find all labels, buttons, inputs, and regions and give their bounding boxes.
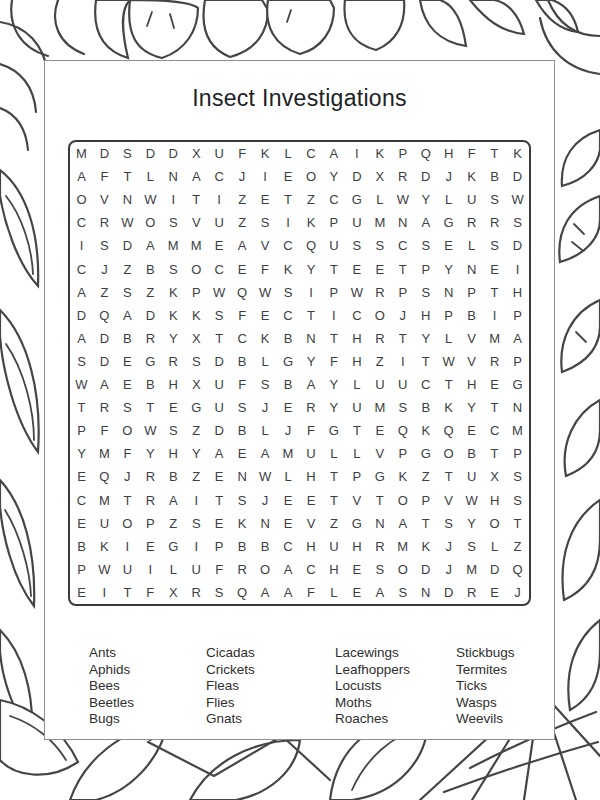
grid-cell-r6c16[interactable]: P — [414, 258, 437, 281]
grid-cell-r6c3[interactable]: Z — [116, 258, 139, 281]
grid-cell-r20c1[interactable]: E — [70, 581, 93, 604]
grid-cell-r4c2[interactable]: R — [93, 211, 116, 234]
grid-cell-r9c10[interactable]: B — [277, 327, 300, 350]
grid-cell-r12c9[interactable]: J — [254, 396, 277, 419]
grid-cell-r18c1[interactable]: B — [70, 535, 93, 558]
grid-cell-r10c12[interactable]: F — [322, 350, 345, 373]
grid-cell-r4c20[interactable]: S — [506, 211, 529, 234]
grid-cell-r18c19[interactable]: L — [483, 535, 506, 558]
grid-cell-r15c8[interactable]: N — [231, 465, 254, 488]
grid-cell-r10c6[interactable]: S — [185, 350, 208, 373]
grid-cell-r16c7[interactable]: T — [208, 489, 231, 512]
grid-cell-r14c5[interactable]: H — [162, 442, 185, 465]
grid-cell-r4c17[interactable]: G — [437, 211, 460, 234]
grid-cell-r13c16[interactable]: K — [414, 419, 437, 442]
grid-cell-r17c19[interactable]: O — [483, 512, 506, 535]
grid-cell-r15c6[interactable]: Z — [185, 465, 208, 488]
grid-cell-r13c4[interactable]: W — [139, 419, 162, 442]
grid-cell-r20c9[interactable]: A — [254, 581, 277, 604]
grid-cell-r9c7[interactable]: T — [208, 327, 231, 350]
grid-cell-r1c17[interactable]: H — [437, 142, 460, 165]
grid-cell-r10c10[interactable]: G — [277, 350, 300, 373]
grid-cell-r1c3[interactable]: S — [116, 142, 139, 165]
grid-cell-r8c3[interactable]: A — [116, 304, 139, 327]
grid-cell-r13c1[interactable]: P — [70, 419, 93, 442]
grid-cell-r1c4[interactable]: D — [139, 142, 162, 165]
grid-cell-r7c1[interactable]: A — [70, 281, 93, 304]
grid-cell-r1c15[interactable]: P — [391, 142, 414, 165]
grid-cell-r16c10[interactable]: E — [277, 489, 300, 512]
grid-cell-r6c7[interactable]: C — [208, 258, 231, 281]
grid-cell-r12c1[interactable]: T — [70, 396, 93, 419]
grid-cell-r9c14[interactable]: R — [368, 327, 391, 350]
grid-cell-r7c14[interactable]: R — [368, 281, 391, 304]
grid-cell-r14c1[interactable]: Y — [70, 442, 93, 465]
grid-cell-r8c11[interactable]: T — [300, 304, 323, 327]
grid-cell-r14c17[interactable]: O — [437, 442, 460, 465]
grid-cell-r13c10[interactable]: J — [277, 419, 300, 442]
word-item-lacewings[interactable]: Lacewings — [335, 645, 410, 662]
grid-cell-r1c7[interactable]: U — [208, 142, 231, 165]
grid-cell-r20c13[interactable]: E — [345, 581, 368, 604]
word-item-crickets[interactable]: Crickets — [206, 662, 255, 679]
grid-cell-r19c7[interactable]: F — [208, 558, 231, 581]
grid-cell-r6c1[interactable]: C — [70, 258, 93, 281]
grid-cell-r5c8[interactable]: A — [231, 234, 254, 257]
grid-cell-r5c4[interactable]: A — [139, 234, 162, 257]
grid-cell-r12c15[interactable]: S — [391, 396, 414, 419]
grid-cell-r14c2[interactable]: M — [93, 442, 116, 465]
grid-cell-r2c6[interactable]: A — [185, 165, 208, 188]
grid-cell-r11c18[interactable]: H — [460, 373, 483, 396]
grid-cell-r17c9[interactable]: N — [254, 512, 277, 535]
grid-cell-r14c12[interactable]: L — [322, 442, 345, 465]
grid-cell-r14c10[interactable]: M — [277, 442, 300, 465]
grid-cell-r18c3[interactable]: I — [116, 535, 139, 558]
grid-cell-r6c20[interactable]: I — [506, 258, 529, 281]
grid-cell-r7c6[interactable]: P — [185, 281, 208, 304]
grid-cell-r13c5[interactable]: S — [162, 419, 185, 442]
grid-cell-r17c4[interactable]: P — [139, 512, 162, 535]
grid-cell-r1c2[interactable]: D — [93, 142, 116, 165]
grid-cell-r1c12[interactable]: A — [322, 142, 345, 165]
grid-cell-r8c7[interactable]: S — [208, 304, 231, 327]
grid-cell-r5c12[interactable]: U — [322, 234, 345, 257]
word-item-leafhoppers[interactable]: Leafhoppers — [335, 662, 410, 679]
grid-cell-r2c11[interactable]: O — [300, 165, 323, 188]
grid-cell-r17c16[interactable]: T — [414, 512, 437, 535]
grid-cell-r11c11[interactable]: A — [300, 373, 323, 396]
grid-cell-r16c16[interactable]: P — [414, 489, 437, 512]
grid-cell-r8c15[interactable]: J — [391, 304, 414, 327]
grid-cell-r3c9[interactable]: E — [254, 188, 277, 211]
word-item-beetles[interactable]: Beetles — [89, 695, 134, 712]
grid-cell-r2c5[interactable]: N — [162, 165, 185, 188]
grid-cell-r5c10[interactable]: C — [277, 234, 300, 257]
grid-cell-r11c17[interactable]: T — [437, 373, 460, 396]
grid-cell-r9c3[interactable]: B — [116, 327, 139, 350]
grid-cell-r3c10[interactable]: T — [277, 188, 300, 211]
grid-cell-r3c4[interactable]: W — [139, 188, 162, 211]
grid-cell-r11c2[interactable]: A — [93, 373, 116, 396]
grid-cell-r9c1[interactable]: A — [70, 327, 93, 350]
grid-cell-r7c12[interactable]: P — [322, 281, 345, 304]
grid-cell-r19c5[interactable]: L — [162, 558, 185, 581]
grid-cell-r2c15[interactable]: R — [391, 165, 414, 188]
grid-cell-r9c19[interactable]: M — [483, 327, 506, 350]
grid-cell-r10c17[interactable]: W — [437, 350, 460, 373]
grid-cell-r2c3[interactable]: T — [116, 165, 139, 188]
grid-cell-r8c4[interactable]: D — [139, 304, 162, 327]
grid-cell-r3c13[interactable]: G — [345, 188, 368, 211]
grid-cell-r3c3[interactable]: N — [116, 188, 139, 211]
grid-cell-r15c2[interactable]: Q — [93, 465, 116, 488]
grid-cell-r6c13[interactable]: E — [345, 258, 368, 281]
grid-cell-r18c20[interactable]: Z — [506, 535, 529, 558]
grid-cell-r13c17[interactable]: Q — [437, 419, 460, 442]
grid-cell-r7c11[interactable]: I — [300, 281, 323, 304]
grid-cell-r13c9[interactable]: L — [254, 419, 277, 442]
grid-cell-r2c12[interactable]: Y — [322, 165, 345, 188]
grid-cell-r11c19[interactable]: E — [483, 373, 506, 396]
grid-cell-r10c19[interactable]: R — [483, 350, 506, 373]
grid-cell-r17c11[interactable]: V — [300, 512, 323, 535]
grid-cell-r1c20[interactable]: K — [506, 142, 529, 165]
grid-cell-r17c18[interactable]: Y — [460, 512, 483, 535]
grid-cell-r20c5[interactable]: X — [162, 581, 185, 604]
grid-cell-r1c1[interactable]: M — [70, 142, 93, 165]
grid-cell-r15c13[interactable]: P — [345, 465, 368, 488]
grid-cell-r6c8[interactable]: E — [231, 258, 254, 281]
grid-cell-r4c3[interactable]: W — [116, 211, 139, 234]
grid-cell-r2c17[interactable]: J — [437, 165, 460, 188]
grid-cell-r17c5[interactable]: Z — [162, 512, 185, 535]
grid-cell-r9c9[interactable]: K — [254, 327, 277, 350]
grid-cell-r20c18[interactable]: R — [460, 581, 483, 604]
grid-cell-r17c13[interactable]: G — [345, 512, 368, 535]
grid-cell-r13c20[interactable]: M — [506, 419, 529, 442]
grid-cell-r9c2[interactable]: D — [93, 327, 116, 350]
grid-cell-r20c7[interactable]: S — [208, 581, 231, 604]
grid-cell-r3c16[interactable]: Y — [414, 188, 437, 211]
grid-cell-r3c17[interactable]: L — [437, 188, 460, 211]
grid-cell-r20c12[interactable]: L — [322, 581, 345, 604]
grid-cell-r18c18[interactable]: S — [460, 535, 483, 558]
grid-cell-r4c10[interactable]: I — [277, 211, 300, 234]
grid-cell-r15c4[interactable]: R — [139, 465, 162, 488]
grid-cell-r10c15[interactable]: I — [391, 350, 414, 373]
grid-cell-r10c16[interactable]: T — [414, 350, 437, 373]
grid-cell-r6c17[interactable]: Y — [437, 258, 460, 281]
grid-cell-r13c2[interactable]: F — [93, 419, 116, 442]
grid-cell-r12c20[interactable]: N — [506, 396, 529, 419]
grid-cell-r15c19[interactable]: X — [483, 465, 506, 488]
grid-cell-r19c12[interactable]: H — [322, 558, 345, 581]
grid-cell-r16c11[interactable]: E — [300, 489, 323, 512]
grid-cell-r1c11[interactable]: C — [300, 142, 323, 165]
grid-cell-r7c9[interactable]: W — [254, 281, 277, 304]
grid-cell-r9c16[interactable]: Y — [414, 327, 437, 350]
grid-cell-r12c4[interactable]: T — [139, 396, 162, 419]
grid-cell-r20c15[interactable]: S — [391, 581, 414, 604]
grid-cell-r19c2[interactable]: W — [93, 558, 116, 581]
grid-cell-r13c7[interactable]: D — [208, 419, 231, 442]
grid-cell-r3c5[interactable]: I — [162, 188, 185, 211]
grid-cell-r12c13[interactable]: U — [345, 396, 368, 419]
grid-cell-r5c18[interactable]: L — [460, 234, 483, 257]
grid-cell-r3c2[interactable]: V — [93, 188, 116, 211]
grid-cell-r20c20[interactable]: J — [506, 581, 529, 604]
grid-cell-r16c19[interactable]: H — [483, 489, 506, 512]
grid-cell-r8c1[interactable]: D — [70, 304, 93, 327]
grid-cell-r19c17[interactable]: J — [437, 558, 460, 581]
grid-cell-r16c14[interactable]: T — [368, 489, 391, 512]
grid-cell-r14c20[interactable]: P — [506, 442, 529, 465]
grid-cell-r7c20[interactable]: H — [506, 281, 529, 304]
grid-cell-r14c6[interactable]: Y — [185, 442, 208, 465]
grid-cell-r10c9[interactable]: L — [254, 350, 277, 373]
grid-cell-r10c18[interactable]: V — [460, 350, 483, 373]
grid-cell-r20c6[interactable]: R — [185, 581, 208, 604]
word-item-roaches[interactable]: Roaches — [335, 711, 410, 728]
grid-cell-r19c14[interactable]: S — [368, 558, 391, 581]
grid-cell-r14c3[interactable]: F — [116, 442, 139, 465]
grid-cell-r20c8[interactable]: Q — [231, 581, 254, 604]
grid-cell-r2c8[interactable]: J — [231, 165, 254, 188]
grid-cell-r14c14[interactable]: V — [368, 442, 391, 465]
grid-cell-r14c11[interactable]: U — [300, 442, 323, 465]
grid-cell-r16c3[interactable]: T — [116, 489, 139, 512]
grid-cell-r3c11[interactable]: Z — [300, 188, 323, 211]
grid-cell-r12c2[interactable]: R — [93, 396, 116, 419]
grid-cell-r8c12[interactable]: I — [322, 304, 345, 327]
grid-cell-r7c19[interactable]: T — [483, 281, 506, 304]
grid-cell-r18c17[interactable]: J — [437, 535, 460, 558]
grid-cell-r11c7[interactable]: U — [208, 373, 231, 396]
grid-cell-r7c16[interactable]: S — [414, 281, 437, 304]
grid-cell-r8c5[interactable]: K — [162, 304, 185, 327]
grid-cell-r17c7[interactable]: E — [208, 512, 231, 535]
grid-cell-r15c3[interactable]: J — [116, 465, 139, 488]
grid-cell-r5c13[interactable]: S — [345, 234, 368, 257]
grid-cell-r12c18[interactable]: Y — [460, 396, 483, 419]
grid-cell-r7c7[interactable]: W — [208, 281, 231, 304]
grid-cell-r10c13[interactable]: H — [345, 350, 368, 373]
word-item-cicadas[interactable]: Cicadas — [206, 645, 255, 662]
grid-cell-r5c2[interactable]: S — [93, 234, 116, 257]
grid-cell-r5c11[interactable]: Q — [300, 234, 323, 257]
grid-cell-r5c14[interactable]: S — [368, 234, 391, 257]
grid-cell-r4c9[interactable]: S — [254, 211, 277, 234]
grid-cell-r18c4[interactable]: E — [139, 535, 162, 558]
grid-cell-r8c13[interactable]: C — [345, 304, 368, 327]
grid-cell-r7c15[interactable]: P — [391, 281, 414, 304]
grid-cell-r12c10[interactable]: E — [277, 396, 300, 419]
grid-cell-r6c6[interactable]: O — [185, 258, 208, 281]
grid-cell-r15c15[interactable]: K — [391, 465, 414, 488]
grid-cell-r18c9[interactable]: B — [254, 535, 277, 558]
grid-cell-r20c2[interactable]: I — [93, 581, 116, 604]
word-item-aphids[interactable]: Aphids — [89, 662, 134, 679]
grid-cell-r9c6[interactable]: X — [185, 327, 208, 350]
grid-cell-r11c12[interactable]: Y — [322, 373, 345, 396]
grid-cell-r11c6[interactable]: X — [185, 373, 208, 396]
grid-cell-r15c10[interactable]: L — [277, 465, 300, 488]
grid-cell-r11c15[interactable]: U — [391, 373, 414, 396]
grid-cell-r12c6[interactable]: G — [185, 396, 208, 419]
grid-cell-r20c3[interactable]: T — [116, 581, 139, 604]
grid-cell-r1c19[interactable]: T — [483, 142, 506, 165]
word-item-weevils[interactable]: Weevils — [456, 711, 515, 728]
grid-cell-r16c2[interactable]: M — [93, 489, 116, 512]
grid-cell-r12c14[interactable]: M — [368, 396, 391, 419]
grid-cell-r17c3[interactable]: O — [116, 512, 139, 535]
grid-cell-r7c4[interactable]: Z — [139, 281, 162, 304]
grid-cell-r20c4[interactable]: F — [139, 581, 162, 604]
grid-cell-r1c9[interactable]: K — [254, 142, 277, 165]
grid-cell-r17c2[interactable]: U — [93, 512, 116, 535]
grid-cell-r20c11[interactable]: F — [300, 581, 323, 604]
grid-cell-r6c9[interactable]: F — [254, 258, 277, 281]
grid-cell-r5c1[interactable]: I — [70, 234, 93, 257]
grid-cell-r14c4[interactable]: Y — [139, 442, 162, 465]
grid-cell-r12c17[interactable]: K — [437, 396, 460, 419]
grid-cell-r4c18[interactable]: R — [460, 211, 483, 234]
grid-cell-r15c17[interactable]: T — [437, 465, 460, 488]
grid-cell-r19c13[interactable]: E — [345, 558, 368, 581]
grid-cell-r7c3[interactable]: S — [116, 281, 139, 304]
grid-cell-r17c20[interactable]: T — [506, 512, 529, 535]
grid-cell-r20c10[interactable]: A — [277, 581, 300, 604]
word-item-bugs[interactable]: Bugs — [89, 711, 134, 728]
grid-cell-r16c20[interactable]: S — [506, 489, 529, 512]
grid-cell-r19c4[interactable]: I — [139, 558, 162, 581]
grid-cell-r8c8[interactable]: F — [231, 304, 254, 327]
grid-cell-r10c2[interactable]: D — [93, 350, 116, 373]
word-item-fleas[interactable]: Fleas — [206, 678, 255, 695]
grid-cell-r3c7[interactable]: I — [208, 188, 231, 211]
grid-cell-r11c4[interactable]: B — [139, 373, 162, 396]
grid-cell-r7c2[interactable]: Z — [93, 281, 116, 304]
grid-cell-r19c11[interactable]: C — [300, 558, 323, 581]
grid-cell-r5c16[interactable]: S — [414, 234, 437, 257]
grid-cell-r18c14[interactable]: R — [368, 535, 391, 558]
grid-cell-r3c20[interactable]: W — [506, 188, 529, 211]
grid-cell-r20c19[interactable]: E — [483, 581, 506, 604]
grid-cell-r19c19[interactable]: D — [483, 558, 506, 581]
grid-cell-r15c1[interactable]: E — [70, 465, 93, 488]
grid-cell-r6c14[interactable]: E — [368, 258, 391, 281]
grid-cell-r14c19[interactable]: T — [483, 442, 506, 465]
grid-cell-r19c1[interactable]: P — [70, 558, 93, 581]
grid-cell-r13c11[interactable]: F — [300, 419, 323, 442]
grid-cell-r16c15[interactable]: O — [391, 489, 414, 512]
grid-cell-r1c18[interactable]: F — [460, 142, 483, 165]
grid-cell-r6c11[interactable]: Y — [300, 258, 323, 281]
grid-cell-r4c6[interactable]: V — [185, 211, 208, 234]
grid-cell-r17c8[interactable]: K — [231, 512, 254, 535]
grid-cell-r15c18[interactable]: U — [460, 465, 483, 488]
grid-cell-r4c8[interactable]: Z — [231, 211, 254, 234]
grid-cell-r8c16[interactable]: H — [414, 304, 437, 327]
grid-cell-r2c19[interactable]: B — [483, 165, 506, 188]
grid-cell-r15c9[interactable]: W — [254, 465, 277, 488]
grid-cell-r13c8[interactable]: B — [231, 419, 254, 442]
grid-cell-r16c17[interactable]: V — [437, 489, 460, 512]
grid-cell-r4c4[interactable]: O — [139, 211, 162, 234]
grid-cell-r19c10[interactable]: A — [277, 558, 300, 581]
grid-cell-r18c6[interactable]: I — [185, 535, 208, 558]
word-item-termites[interactable]: Termites — [456, 662, 515, 679]
grid-cell-r4c1[interactable]: C — [70, 211, 93, 234]
grid-cell-r19c8[interactable]: R — [231, 558, 254, 581]
grid-cell-r8c6[interactable]: K — [185, 304, 208, 327]
grid-cell-r20c14[interactable]: A — [368, 581, 391, 604]
grid-cell-r9c17[interactable]: L — [437, 327, 460, 350]
grid-cell-r5c5[interactable]: M — [162, 234, 185, 257]
grid-cell-r11c14[interactable]: U — [368, 373, 391, 396]
grid-cell-r2c16[interactable]: D — [414, 165, 437, 188]
grid-cell-r18c16[interactable]: K — [414, 535, 437, 558]
grid-cell-r7c18[interactable]: P — [460, 281, 483, 304]
grid-cell-r11c8[interactable]: F — [231, 373, 254, 396]
grid-cell-r11c9[interactable]: S — [254, 373, 277, 396]
grid-cell-r17c10[interactable]: E — [277, 512, 300, 535]
grid-cell-r10c1[interactable]: S — [70, 350, 93, 373]
grid-cell-r19c20[interactable]: Q — [506, 558, 529, 581]
grid-cell-r6c12[interactable]: T — [322, 258, 345, 281]
grid-cell-r11c13[interactable]: L — [345, 373, 368, 396]
grid-cell-r17c6[interactable]: S — [185, 512, 208, 535]
word-item-ants[interactable]: Ants — [89, 645, 134, 662]
word-item-flies[interactable]: Flies — [206, 695, 255, 712]
grid-cell-r6c10[interactable]: K — [277, 258, 300, 281]
grid-cell-r16c6[interactable]: I — [185, 489, 208, 512]
grid-cell-r13c15[interactable]: Q — [391, 419, 414, 442]
word-item-bees[interactable]: Bees — [89, 678, 134, 695]
grid-cell-r7c5[interactable]: K — [162, 281, 185, 304]
grid-cell-r13c19[interactable]: C — [483, 419, 506, 442]
grid-cell-r19c16[interactable]: D — [414, 558, 437, 581]
grid-cell-r8c18[interactable]: B — [460, 304, 483, 327]
grid-cell-r5c17[interactable]: E — [437, 234, 460, 257]
grid-cell-r18c8[interactable]: B — [231, 535, 254, 558]
grid-cell-r4c15[interactable]: N — [391, 211, 414, 234]
grid-cell-r8c10[interactable]: C — [277, 304, 300, 327]
grid-cell-r18c7[interactable]: P — [208, 535, 231, 558]
word-item-locusts[interactable]: Locusts — [335, 678, 410, 695]
grid-cell-r17c1[interactable]: E — [70, 512, 93, 535]
grid-cell-r2c20[interactable]: D — [506, 165, 529, 188]
grid-cell-r11c16[interactable]: C — [414, 373, 437, 396]
grid-cell-r12c16[interactable]: B — [414, 396, 437, 419]
grid-cell-r5c20[interactable]: D — [506, 234, 529, 257]
grid-cell-r10c11[interactable]: Y — [300, 350, 323, 373]
grid-cell-r1c13[interactable]: I — [345, 142, 368, 165]
word-item-gnats[interactable]: Gnats — [206, 711, 255, 728]
grid-cell-r15c20[interactable]: S — [506, 465, 529, 488]
grid-cell-r3c19[interactable]: S — [483, 188, 506, 211]
grid-cell-r4c14[interactable]: M — [368, 211, 391, 234]
grid-cell-r16c5[interactable]: A — [162, 489, 185, 512]
grid-cell-r6c5[interactable]: S — [162, 258, 185, 281]
grid-cell-r3c12[interactable]: C — [322, 188, 345, 211]
grid-cell-r18c10[interactable]: C — [277, 535, 300, 558]
grid-cell-r2c18[interactable]: K — [460, 165, 483, 188]
grid-cell-r15c11[interactable]: H — [300, 465, 323, 488]
word-item-stickbugs[interactable]: Stickbugs — [456, 645, 515, 662]
grid-cell-r14c9[interactable]: A — [254, 442, 277, 465]
